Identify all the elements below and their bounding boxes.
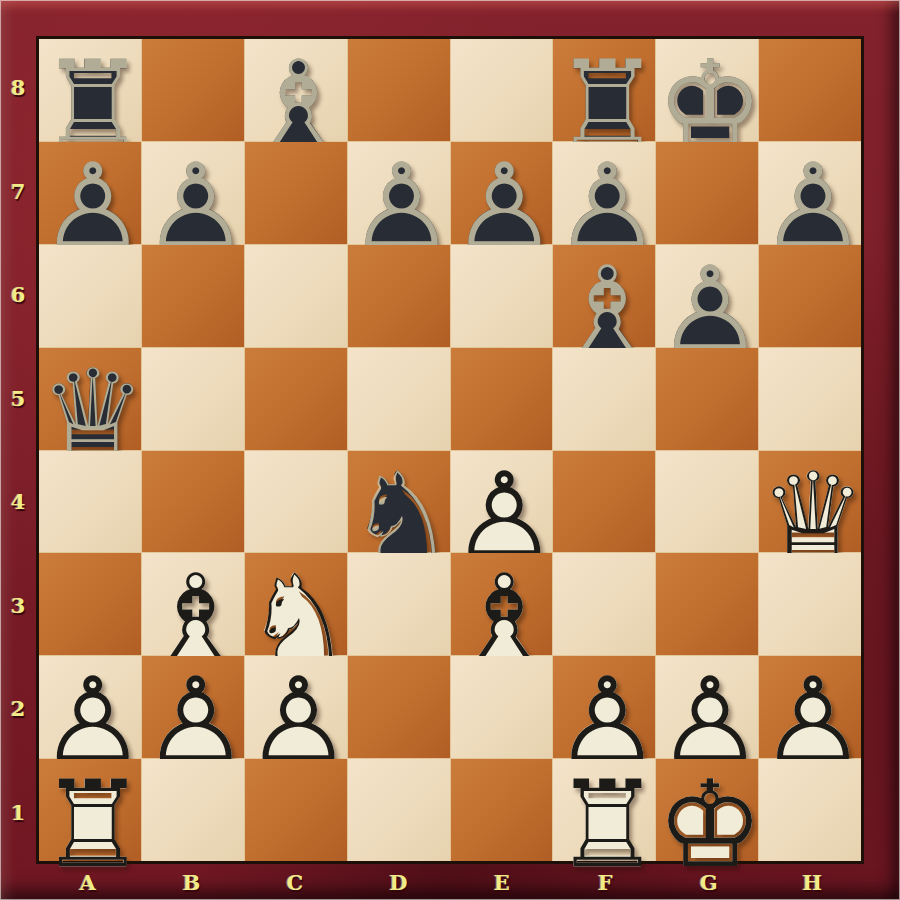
square-f8[interactable]: ♜♖ [553, 39, 655, 141]
square-a1[interactable]: ♜♖ [39, 759, 141, 861]
white-pawn[interactable]: ♟♙ [656, 656, 758, 758]
square-g4[interactable] [656, 451, 758, 553]
black-king[interactable]: ♚♔ [656, 39, 758, 141]
square-f5[interactable] [553, 348, 655, 450]
square-f6[interactable]: ♝♗ [553, 245, 655, 347]
black-pawn[interactable]: ♟♙ [348, 142, 450, 244]
square-g5[interactable] [656, 348, 758, 450]
square-g1[interactable]: ♚♔ [656, 759, 758, 861]
square-c6[interactable] [245, 245, 347, 347]
square-d4[interactable]: ♞♘ [348, 451, 450, 553]
square-e8[interactable] [451, 39, 553, 141]
square-g6[interactable]: ♟♙ [656, 245, 758, 347]
square-g8[interactable]: ♚♔ [656, 39, 758, 141]
rank-label-2: 2 [0, 657, 36, 761]
file-label-b: B [140, 864, 244, 900]
black-bishop[interactable]: ♝♗ [245, 39, 347, 141]
square-b3[interactable]: ♝♗ [142, 553, 244, 655]
square-a2[interactable]: ♟♙ [39, 656, 141, 758]
square-d2[interactable] [348, 656, 450, 758]
black-pawn[interactable]: ♟♙ [553, 142, 655, 244]
square-h2[interactable]: ♟♙ [759, 656, 861, 758]
black-pawn[interactable]: ♟♙ [451, 142, 553, 244]
square-c3[interactable]: ♞♘ [245, 553, 347, 655]
square-f3[interactable] [553, 553, 655, 655]
black-bishop[interactable]: ♝♗ [553, 245, 655, 347]
white-pawn[interactable]: ♟♙ [39, 656, 141, 758]
file-label-h: H [761, 864, 865, 900]
file-labels: ABCDEFGH [36, 864, 864, 900]
square-a8[interactable]: ♜♖ [39, 39, 141, 141]
square-e6[interactable] [451, 245, 553, 347]
rank-label-5: 5 [0, 347, 36, 451]
square-f4[interactable] [553, 451, 655, 553]
rank-label-3: 3 [0, 554, 36, 658]
black-knight[interactable]: ♞♘ [348, 451, 450, 553]
white-knight[interactable]: ♞♘ [245, 553, 347, 655]
square-a7[interactable]: ♟♙ [39, 142, 141, 244]
square-c5[interactable] [245, 348, 347, 450]
square-h5[interactable] [759, 348, 861, 450]
square-c1[interactable] [245, 759, 347, 861]
square-h1[interactable] [759, 759, 861, 861]
square-d7[interactable]: ♟♙ [348, 142, 450, 244]
white-pawn[interactable]: ♟♙ [245, 656, 347, 758]
square-d5[interactable] [348, 348, 450, 450]
rank-label-8: 8 [0, 36, 36, 140]
square-d1[interactable] [348, 759, 450, 861]
square-f1[interactable]: ♜♖ [553, 759, 655, 861]
white-pawn[interactable]: ♟♙ [759, 656, 861, 758]
file-label-g: G [657, 864, 761, 900]
white-pawn[interactable]: ♟♙ [142, 656, 244, 758]
square-b5[interactable] [142, 348, 244, 450]
square-d6[interactable] [348, 245, 450, 347]
square-b8[interactable] [142, 39, 244, 141]
file-label-f: F [554, 864, 658, 900]
square-g3[interactable] [656, 553, 758, 655]
square-e2[interactable] [451, 656, 553, 758]
board-frame: 87654321 ABCDEFGH ♜♖♝♗♜♖♚♔♟♙♟♙♟♙♟♙♟♙♟♙♝♗… [0, 0, 900, 900]
black-pawn[interactable]: ♟♙ [142, 142, 244, 244]
file-label-e: E [450, 864, 554, 900]
rank-label-1: 1 [0, 761, 36, 865]
white-rook[interactable]: ♜♖ [39, 759, 141, 861]
white-pawn[interactable]: ♟♙ [553, 656, 655, 758]
square-c2[interactable]: ♟♙ [245, 656, 347, 758]
square-c7[interactable] [245, 142, 347, 244]
square-e5[interactable] [451, 348, 553, 450]
square-b1[interactable] [142, 759, 244, 861]
square-h8[interactable] [759, 39, 861, 141]
chess-board: ♜♖♝♗♜♖♚♔♟♙♟♙♟♙♟♙♟♙♟♙♝♗♟♙♛♕♞♘♟♙♛♕♝♗♞♘♝♗♟♙… [36, 36, 864, 864]
white-bishop[interactable]: ♝♗ [142, 553, 244, 655]
white-rook[interactable]: ♜♖ [553, 759, 655, 861]
rank-label-6: 6 [0, 243, 36, 347]
rank-label-4: 4 [0, 450, 36, 554]
square-a3[interactable] [39, 553, 141, 655]
square-b7[interactable]: ♟♙ [142, 142, 244, 244]
black-pawn[interactable]: ♟♙ [656, 245, 758, 347]
square-f2[interactable]: ♟♙ [553, 656, 655, 758]
white-king[interactable]: ♚♔ [656, 759, 758, 861]
square-h3[interactable] [759, 553, 861, 655]
file-label-a: A [36, 864, 140, 900]
black-queen[interactable]: ♛♕ [39, 348, 141, 450]
black-rook[interactable]: ♜♖ [553, 39, 655, 141]
square-d8[interactable] [348, 39, 450, 141]
file-label-d: D [347, 864, 451, 900]
black-rook[interactable]: ♜♖ [39, 39, 141, 141]
square-h7[interactable]: ♟♙ [759, 142, 861, 244]
square-e3[interactable]: ♝♗ [451, 553, 553, 655]
square-e1[interactable] [451, 759, 553, 861]
black-pawn[interactable]: ♟♙ [759, 142, 861, 244]
square-b4[interactable] [142, 451, 244, 553]
square-c4[interactable] [245, 451, 347, 553]
file-label-c: C [243, 864, 347, 900]
square-c8[interactable]: ♝♗ [245, 39, 347, 141]
square-g2[interactable]: ♟♙ [656, 656, 758, 758]
rank-labels: 87654321 [0, 36, 36, 864]
square-h4[interactable]: ♛♕ [759, 451, 861, 553]
square-g7[interactable] [656, 142, 758, 244]
white-pawn[interactable]: ♟♙ [451, 451, 553, 553]
square-e4[interactable]: ♟♙ [451, 451, 553, 553]
square-d3[interactable] [348, 553, 450, 655]
square-b2[interactable]: ♟♙ [142, 656, 244, 758]
rank-label-7: 7 [0, 140, 36, 244]
square-e7[interactable]: ♟♙ [451, 142, 553, 244]
black-pawn[interactable]: ♟♙ [39, 142, 141, 244]
square-a4[interactable] [39, 451, 141, 553]
white-queen[interactable]: ♛♕ [759, 451, 861, 553]
square-h6[interactable] [759, 245, 861, 347]
square-a5[interactable]: ♛♕ [39, 348, 141, 450]
square-f7[interactable]: ♟♙ [553, 142, 655, 244]
square-b6[interactable] [142, 245, 244, 347]
square-a6[interactable] [39, 245, 141, 347]
white-bishop[interactable]: ♝♗ [451, 553, 553, 655]
